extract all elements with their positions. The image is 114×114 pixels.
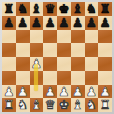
piece-white-pawn[interactable]: ♟	[58, 85, 69, 98]
piece-white-pawn[interactable]: ♟	[86, 85, 97, 98]
square-g3[interactable]	[85, 71, 99, 85]
piece-white-pawn[interactable]: ♟	[3, 85, 14, 98]
square-b2[interactable]: ♟	[16, 85, 30, 99]
square-g5[interactable]	[85, 43, 99, 57]
square-d1[interactable]: ♛	[43, 98, 57, 112]
piece-white-rook[interactable]: ♜	[3, 98, 14, 111]
square-g7[interactable]: ♟	[85, 16, 99, 30]
square-e6[interactable]	[57, 30, 71, 44]
piece-black-bishop[interactable]: ♝	[72, 2, 83, 15]
piece-white-queen[interactable]: ♛	[45, 98, 56, 111]
square-h7[interactable]: ♟	[98, 16, 112, 30]
square-f5[interactable]	[71, 43, 85, 57]
piece-black-pawn[interactable]: ♟	[100, 16, 111, 29]
square-f3[interactable]	[71, 71, 85, 85]
square-a1[interactable]: ♜	[2, 98, 16, 112]
square-d6[interactable]	[43, 30, 57, 44]
piece-white-rook[interactable]: ♜	[100, 98, 111, 111]
piece-black-pawn[interactable]: ♟	[58, 16, 69, 29]
piece-black-pawn[interactable]: ♟	[3, 16, 14, 29]
piece-black-pawn[interactable]: ♟	[45, 16, 56, 29]
square-h3[interactable]	[98, 71, 112, 85]
piece-black-king[interactable]: ♚	[58, 2, 69, 15]
piece-white-bishop[interactable]: ♝	[31, 98, 42, 111]
piece-white-knight[interactable]: ♞	[17, 98, 28, 111]
piece-black-knight[interactable]: ♞	[86, 2, 97, 15]
square-f7[interactable]: ♟	[71, 16, 85, 30]
square-b1[interactable]: ♞	[16, 98, 30, 112]
piece-black-knight[interactable]: ♞	[17, 2, 28, 15]
piece-black-bishop[interactable]: ♝	[31, 2, 42, 15]
piece-white-pawn[interactable]: ♟	[100, 85, 111, 98]
square-d8[interactable]: ♛	[43, 2, 57, 16]
square-h6[interactable]	[98, 30, 112, 44]
piece-white-pawn[interactable]: ♟	[17, 85, 28, 98]
square-c2[interactable]	[30, 85, 44, 99]
square-f8[interactable]: ♝	[71, 2, 85, 16]
square-d4[interactable]	[43, 57, 57, 71]
square-c3[interactable]	[30, 71, 44, 85]
square-b3[interactable]	[16, 71, 30, 85]
piece-white-pawn[interactable]: ♟	[45, 85, 56, 98]
square-e4[interactable]	[57, 57, 71, 71]
piece-black-pawn[interactable]: ♟	[86, 16, 97, 29]
square-f4[interactable]	[71, 57, 85, 71]
square-a2[interactable]: ♟	[2, 85, 16, 99]
square-a8[interactable]: ♜	[2, 2, 16, 16]
square-d5[interactable]	[43, 43, 57, 57]
piece-white-knight[interactable]: ♞	[86, 98, 97, 111]
piece-black-pawn[interactable]: ♟	[72, 16, 83, 29]
square-e5[interactable]	[57, 43, 71, 57]
square-d7[interactable]: ♟	[43, 16, 57, 30]
square-b6[interactable]	[16, 30, 30, 44]
square-c7[interactable]: ♟	[30, 16, 44, 30]
square-e1[interactable]: ♚	[57, 98, 71, 112]
piece-black-rook[interactable]: ♜	[3, 2, 14, 15]
piece-black-pawn[interactable]: ♟	[31, 16, 42, 29]
square-b7[interactable]: ♟	[16, 16, 30, 30]
square-d3[interactable]	[43, 71, 57, 85]
square-b5[interactable]	[16, 43, 30, 57]
square-f2[interactable]: ♟	[71, 85, 85, 99]
board-frame: ♜♞♝♛♚♝♞♜♟♟♟♟♟♟♟♟♟♟♟♟♟♟♟♟♜♞♝♛♚♝♞♜	[0, 0, 114, 114]
square-c4[interactable]: ♟	[30, 57, 44, 71]
square-h8[interactable]: ♜	[98, 2, 112, 16]
square-e7[interactable]: ♟	[57, 16, 71, 30]
square-b8[interactable]: ♞	[16, 2, 30, 16]
square-c5[interactable]	[30, 43, 44, 57]
square-h1[interactable]: ♜	[98, 98, 112, 112]
square-c1[interactable]: ♝	[30, 98, 44, 112]
square-a6[interactable]	[2, 30, 16, 44]
piece-white-pawn[interactable]: ♟	[31, 57, 42, 70]
square-h2[interactable]: ♟	[98, 85, 112, 99]
square-a4[interactable]	[2, 57, 16, 71]
square-a7[interactable]: ♟	[2, 16, 16, 30]
square-e2[interactable]: ♟	[57, 85, 71, 99]
square-e3[interactable]	[57, 71, 71, 85]
piece-black-pawn[interactable]: ♟	[17, 16, 28, 29]
square-b4[interactable]	[16, 57, 30, 71]
piece-white-king[interactable]: ♚	[58, 98, 69, 111]
square-g8[interactable]: ♞	[85, 2, 99, 16]
square-f6[interactable]	[71, 30, 85, 44]
square-g4[interactable]	[85, 57, 99, 71]
square-c8[interactable]: ♝	[30, 2, 44, 16]
square-f1[interactable]: ♝	[71, 98, 85, 112]
square-c6[interactable]	[30, 30, 44, 44]
piece-black-rook[interactable]: ♜	[100, 2, 111, 15]
square-e8[interactable]: ♚	[57, 2, 71, 16]
square-g2[interactable]: ♟	[85, 85, 99, 99]
piece-white-pawn[interactable]: ♟	[72, 85, 83, 98]
square-g1[interactable]: ♞	[85, 98, 99, 112]
square-d2[interactable]: ♟	[43, 85, 57, 99]
square-g6[interactable]	[85, 30, 99, 44]
square-a5[interactable]	[2, 43, 16, 57]
piece-black-queen[interactable]: ♛	[45, 2, 56, 15]
square-h5[interactable]	[98, 43, 112, 57]
chess-board: ♜♞♝♛♚♝♞♜♟♟♟♟♟♟♟♟♟♟♟♟♟♟♟♟♜♞♝♛♚♝♞♜	[2, 2, 112, 112]
square-a3[interactable]	[2, 71, 16, 85]
piece-white-bishop[interactable]: ♝	[72, 98, 83, 111]
square-h4[interactable]	[98, 57, 112, 71]
